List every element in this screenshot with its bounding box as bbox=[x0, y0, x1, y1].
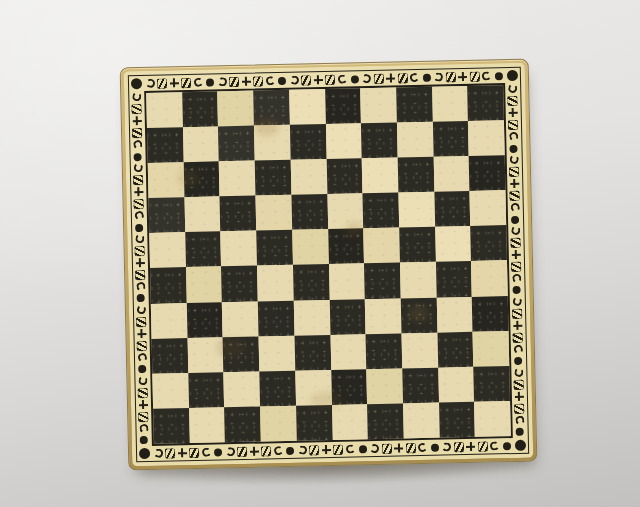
square-r9c8[interactable] bbox=[402, 367, 438, 403]
ornament-cylinders-icon bbox=[509, 190, 520, 201]
square-r7c2[interactable] bbox=[186, 302, 222, 338]
square-r1c7[interactable] bbox=[360, 87, 396, 123]
ornament-cylinders-icon bbox=[405, 442, 416, 453]
square-r7c3[interactable] bbox=[222, 301, 258, 337]
ornament-cylinders-icon bbox=[453, 441, 464, 452]
ornament-corner-bottom-left bbox=[137, 446, 152, 461]
ornament-dot-icon bbox=[506, 69, 519, 82]
ornament-cylinders-icon bbox=[180, 77, 191, 88]
square-r6c7[interactable] bbox=[364, 263, 400, 299]
square-r3c2[interactable] bbox=[183, 162, 219, 198]
square-r9c7[interactable] bbox=[366, 368, 402, 404]
square-r2c8[interactable] bbox=[397, 122, 433, 158]
ornament-dot-icon bbox=[429, 442, 440, 453]
square-r5c7[interactable] bbox=[363, 228, 399, 264]
square-r4c4[interactable] bbox=[256, 195, 292, 231]
ornament-crescent-right-icon bbox=[133, 162, 144, 173]
ornament-frame bbox=[128, 67, 529, 462]
ornament-crescent-left-icon bbox=[510, 201, 521, 212]
ornament-crescent-left-icon bbox=[273, 445, 284, 456]
ornament-dot-icon bbox=[137, 363, 148, 374]
ornament-crescent-right-icon bbox=[136, 304, 147, 315]
ornament-rosette-icon bbox=[313, 74, 324, 85]
square-r8c5[interactable] bbox=[294, 335, 330, 371]
square-r1c8[interactable] bbox=[396, 87, 432, 123]
square-r9c10[interactable] bbox=[474, 366, 510, 402]
ornament-rosette-icon bbox=[511, 249, 522, 260]
square-r8c6[interactable] bbox=[330, 334, 366, 370]
square-r2c4[interactable] bbox=[254, 125, 290, 161]
ornament-dot-icon bbox=[511, 284, 522, 295]
square-r7c8[interactable] bbox=[401, 297, 437, 333]
ornament-crescent-right-icon bbox=[441, 441, 452, 452]
square-r6c4[interactable] bbox=[257, 265, 293, 301]
ornament-dot-icon bbox=[493, 70, 504, 81]
square-r10c5[interactable] bbox=[296, 405, 332, 441]
square-r4c3[interactable] bbox=[220, 196, 256, 232]
square-r5c5[interactable] bbox=[292, 229, 328, 265]
square-r1c3[interactable] bbox=[218, 91, 254, 127]
ornament-crescent-left-icon bbox=[137, 352, 148, 363]
ornament-rosette-icon bbox=[509, 178, 520, 189]
square-r3c1[interactable] bbox=[148, 162, 184, 198]
draughts-board bbox=[120, 59, 538, 471]
square-r9c9[interactable] bbox=[438, 367, 474, 403]
ornament-dot-icon bbox=[139, 434, 150, 445]
ornament-dot-icon bbox=[514, 439, 527, 452]
square-r7c6[interactable] bbox=[329, 299, 365, 335]
square-r10c2[interactable] bbox=[189, 407, 225, 443]
square-r8c2[interactable] bbox=[187, 337, 223, 373]
ornament-corner-top-right bbox=[505, 68, 520, 83]
ornament-cylinders-icon bbox=[513, 332, 524, 343]
square-r4c6[interactable] bbox=[327, 194, 363, 230]
ornament-cylinders-icon bbox=[156, 77, 167, 88]
ornament-crescent-right-icon bbox=[137, 375, 148, 386]
square-r7c10[interactable] bbox=[472, 296, 508, 332]
square-r3c8[interactable] bbox=[398, 157, 434, 193]
ornament-dot-icon bbox=[132, 151, 143, 162]
square-r10c3[interactable] bbox=[224, 406, 260, 442]
ornament-crescent-right-icon bbox=[510, 225, 521, 236]
ornament-dot-icon bbox=[277, 75, 288, 86]
square-r5c8[interactable] bbox=[399, 227, 435, 263]
square-r6c3[interactable] bbox=[221, 266, 257, 302]
ornament-dot-icon bbox=[357, 443, 368, 454]
square-r5c10[interactable] bbox=[470, 226, 506, 262]
square-r2c9[interactable] bbox=[433, 121, 469, 157]
ornament-dot-icon bbox=[421, 72, 432, 83]
ornament-cylinders-icon bbox=[509, 166, 520, 177]
square-r10c7[interactable] bbox=[367, 403, 403, 439]
square-r8c3[interactable] bbox=[223, 336, 259, 372]
ornament-crescent-right-icon bbox=[507, 83, 518, 94]
ornament-dot-icon bbox=[205, 76, 216, 87]
ornament-cylinders-icon bbox=[373, 73, 384, 84]
ornament-dot-icon bbox=[213, 446, 224, 457]
ornament-crescent-left-icon bbox=[138, 423, 149, 434]
ornament-rosette-icon bbox=[508, 107, 519, 118]
ornament-dot-icon bbox=[285, 445, 296, 456]
square-r3c5[interactable] bbox=[291, 159, 327, 195]
square-r5c3[interactable] bbox=[221, 231, 257, 267]
ornament-crescent-right-icon bbox=[217, 76, 228, 87]
ornament-crescent-right-icon bbox=[509, 154, 520, 165]
ornament-crescent-left-icon bbox=[201, 447, 212, 458]
square-r6c5[interactable] bbox=[293, 264, 329, 300]
ornament-corner-top-left bbox=[129, 76, 144, 91]
ornament-crescent-left-icon bbox=[511, 272, 522, 283]
square-r4c7[interactable] bbox=[363, 193, 399, 229]
square-r8c1[interactable] bbox=[152, 338, 188, 374]
ornament-cylinders-icon bbox=[445, 71, 456, 82]
square-r3c3[interactable] bbox=[219, 161, 255, 197]
ornament-crescent-left-icon bbox=[135, 281, 146, 292]
square-r6c1[interactable] bbox=[150, 268, 186, 304]
ornament-crescent-right-icon bbox=[513, 367, 524, 378]
square-r10c6[interactable] bbox=[332, 404, 368, 440]
ornament-cylinders-icon bbox=[333, 444, 344, 455]
square-r4c9[interactable] bbox=[434, 191, 470, 227]
ornament-rosette-icon bbox=[132, 115, 143, 126]
ornament-rosette-icon bbox=[321, 444, 332, 455]
ornament-rosette-icon bbox=[177, 447, 188, 458]
square-r4c2[interactable] bbox=[184, 197, 220, 233]
ornament-rosette-icon bbox=[136, 328, 147, 339]
ornament-dot-icon bbox=[349, 73, 360, 84]
ornament-crescent-right-icon bbox=[225, 446, 236, 457]
square-r3c6[interactable] bbox=[326, 158, 362, 194]
square-r7c1[interactable] bbox=[151, 303, 187, 339]
ornament-rosette-icon bbox=[249, 446, 260, 457]
ornament-cylinders-icon bbox=[138, 387, 149, 398]
square-r5c2[interactable] bbox=[185, 232, 221, 268]
ornament-cylinders-icon bbox=[237, 446, 248, 457]
ornament-cylinders-icon bbox=[135, 245, 146, 256]
ornament-rosette-icon bbox=[135, 257, 146, 268]
square-r5c1[interactable] bbox=[149, 233, 185, 269]
ornament-cylinders-icon bbox=[309, 444, 320, 455]
ornament-crescent-right-icon bbox=[297, 444, 308, 455]
square-r5c6[interactable] bbox=[328, 229, 364, 265]
ornament-crescent-left-icon bbox=[481, 70, 492, 81]
ornament-dot-icon bbox=[513, 355, 524, 366]
ornament-crescent-left-icon bbox=[417, 442, 428, 453]
ornament-crescent-left-icon bbox=[265, 75, 276, 86]
ornament-cylinders-icon bbox=[508, 119, 519, 130]
ornament-crescent-right-icon bbox=[134, 233, 145, 244]
ornament-crescent-right-icon bbox=[512, 296, 523, 307]
square-r7c9[interactable] bbox=[436, 296, 472, 332]
ornament-crescent-right-icon bbox=[131, 91, 142, 102]
square-r8c8[interactable] bbox=[401, 332, 437, 368]
ornament-cylinders-icon bbox=[133, 174, 144, 185]
board-grid bbox=[144, 83, 513, 446]
square-r6c10[interactable] bbox=[471, 261, 507, 297]
square-r2c7[interactable] bbox=[361, 123, 397, 159]
ornament-crescent-right-icon bbox=[289, 75, 300, 86]
ornament-cylinders-icon bbox=[469, 71, 480, 82]
square-r3c4[interactable] bbox=[255, 160, 291, 196]
ornament-crescent-left-icon bbox=[513, 343, 524, 354]
square-r1c2[interactable] bbox=[182, 91, 218, 127]
ornament-dot-icon bbox=[130, 77, 143, 90]
square-r8c7[interactable] bbox=[366, 333, 402, 369]
ornament-rosette-icon bbox=[138, 399, 149, 410]
ornament-rosette-icon bbox=[457, 71, 468, 82]
ornament-dot-icon bbox=[501, 440, 512, 451]
ornament-cylinders-icon bbox=[189, 447, 200, 458]
square-r2c3[interactable] bbox=[218, 126, 254, 162]
square-r9c1[interactable] bbox=[152, 373, 188, 409]
square-r2c10[interactable] bbox=[468, 120, 504, 156]
ornament-dot-icon bbox=[508, 142, 519, 153]
ornament-cylinders-icon bbox=[507, 95, 518, 106]
ornament-cylinders-icon bbox=[132, 127, 143, 138]
square-r6c6[interactable] bbox=[328, 264, 364, 300]
ornament-cylinders-icon bbox=[165, 447, 176, 458]
ornament-crescent-right-icon bbox=[361, 73, 372, 84]
square-r8c9[interactable] bbox=[437, 332, 473, 368]
ornament-crescent-right-icon bbox=[144, 78, 155, 89]
ornament-cylinders-icon bbox=[261, 445, 272, 456]
ornament-cylinders-icon bbox=[511, 261, 522, 272]
ornament-dot-icon bbox=[138, 447, 151, 460]
square-r1c9[interactable] bbox=[432, 86, 468, 122]
ornament-cylinders-icon bbox=[137, 340, 148, 351]
square-r9c6[interactable] bbox=[331, 369, 367, 405]
ornament-cylinders-icon bbox=[477, 441, 488, 452]
square-r5c9[interactable] bbox=[435, 226, 471, 262]
ornament-cylinders-icon bbox=[514, 403, 525, 414]
ornament-rosette-icon bbox=[514, 391, 525, 402]
ornament-dot-icon bbox=[510, 213, 521, 224]
ornament-crescent-left-icon bbox=[193, 77, 204, 88]
ornament-cylinders-icon bbox=[397, 72, 408, 83]
square-r1c4[interactable] bbox=[253, 90, 289, 126]
ornament-crescent-right-icon bbox=[152, 448, 163, 459]
square-r9c4[interactable] bbox=[259, 371, 295, 407]
ornament-rosette-icon bbox=[465, 441, 476, 452]
board-gilt-edge bbox=[124, 63, 534, 467]
ornament-crescent-left-icon bbox=[132, 139, 143, 150]
ornament-crescent-left-icon bbox=[508, 131, 519, 142]
square-r4c10[interactable] bbox=[470, 190, 506, 226]
ornament-crescent-right-icon bbox=[369, 443, 380, 454]
square-r3c10[interactable] bbox=[469, 155, 505, 191]
square-r10c9[interactable] bbox=[439, 402, 475, 438]
ornament-rosette-icon bbox=[241, 76, 252, 87]
square-r7c4[interactable] bbox=[258, 300, 294, 336]
ornament-cylinders-icon bbox=[131, 103, 142, 114]
square-r8c4[interactable] bbox=[259, 335, 295, 371]
ornament-rosette-icon bbox=[393, 442, 404, 453]
ornament-cylinders-icon bbox=[229, 76, 240, 87]
square-r4c8[interactable] bbox=[398, 192, 434, 228]
square-r1c5[interactable] bbox=[289, 89, 325, 125]
square-r9c3[interactable] bbox=[224, 371, 260, 407]
ornament-crescent-left-icon bbox=[134, 210, 145, 221]
square-r2c6[interactable] bbox=[325, 123, 361, 159]
ornament-dot-icon bbox=[134, 222, 145, 233]
ornament-crescent-right-icon bbox=[433, 71, 444, 82]
square-r3c7[interactable] bbox=[362, 158, 398, 194]
square-r2c2[interactable] bbox=[183, 126, 219, 162]
ornament-cylinders-icon bbox=[136, 316, 147, 327]
square-r1c1[interactable] bbox=[146, 92, 182, 128]
ornament-cylinders-icon bbox=[135, 269, 146, 280]
ornament-cylinders-icon bbox=[512, 308, 523, 319]
square-r8c10[interactable] bbox=[473, 331, 509, 367]
ornament-rosette-icon bbox=[168, 77, 179, 88]
ornament-crescent-left-icon bbox=[409, 72, 420, 83]
square-r10c1[interactable] bbox=[153, 408, 189, 444]
square-r4c1[interactable] bbox=[149, 197, 185, 233]
ornament-cylinders-icon bbox=[514, 379, 525, 390]
square-r6c9[interactable] bbox=[436, 261, 472, 297]
ornament-cylinders-icon bbox=[138, 411, 149, 422]
ornament-cylinders-icon bbox=[325, 74, 336, 85]
square-r10c10[interactable] bbox=[474, 401, 510, 437]
square-r1c6[interactable] bbox=[325, 88, 361, 124]
ornament-crescent-left-icon bbox=[489, 440, 500, 451]
square-r6c2[interactable] bbox=[186, 267, 222, 303]
ornament-crescent-left-icon bbox=[337, 74, 348, 85]
square-r1c10[interactable] bbox=[467, 85, 503, 121]
ornament-cylinders-icon bbox=[253, 75, 264, 86]
square-r9c5[interactable] bbox=[295, 370, 331, 406]
square-r10c4[interactable] bbox=[260, 406, 296, 442]
ornament-cylinders-icon bbox=[134, 198, 145, 209]
ornament-cylinders-icon bbox=[510, 237, 521, 248]
square-r4c5[interactable] bbox=[291, 194, 327, 230]
ornament-corner-bottom-right bbox=[513, 438, 528, 453]
ornament-cylinders-icon bbox=[381, 443, 392, 454]
square-r9c2[interactable] bbox=[188, 372, 224, 408]
ornament-crescent-left-icon bbox=[345, 443, 356, 454]
ornament-crescent-left-icon bbox=[514, 414, 525, 425]
square-r2c5[interactable] bbox=[290, 124, 326, 160]
square-r3c9[interactable] bbox=[433, 156, 469, 192]
square-r10c8[interactable] bbox=[403, 403, 439, 439]
square-r6c8[interactable] bbox=[400, 262, 436, 298]
ornament-dot-icon bbox=[136, 292, 147, 303]
ornament-cylinders-icon bbox=[301, 74, 312, 85]
square-r5c4[interactable] bbox=[256, 230, 292, 266]
square-r7c7[interactable] bbox=[365, 298, 401, 334]
ornament-rosette-icon bbox=[133, 186, 144, 197]
photo-background bbox=[0, 0, 640, 507]
ornament-rosette-icon bbox=[512, 320, 523, 331]
square-r7c5[interactable] bbox=[294, 300, 330, 336]
ornament-dot-icon bbox=[515, 426, 526, 437]
ornament-rosette-icon bbox=[385, 72, 396, 83]
square-r2c1[interactable] bbox=[147, 127, 183, 163]
